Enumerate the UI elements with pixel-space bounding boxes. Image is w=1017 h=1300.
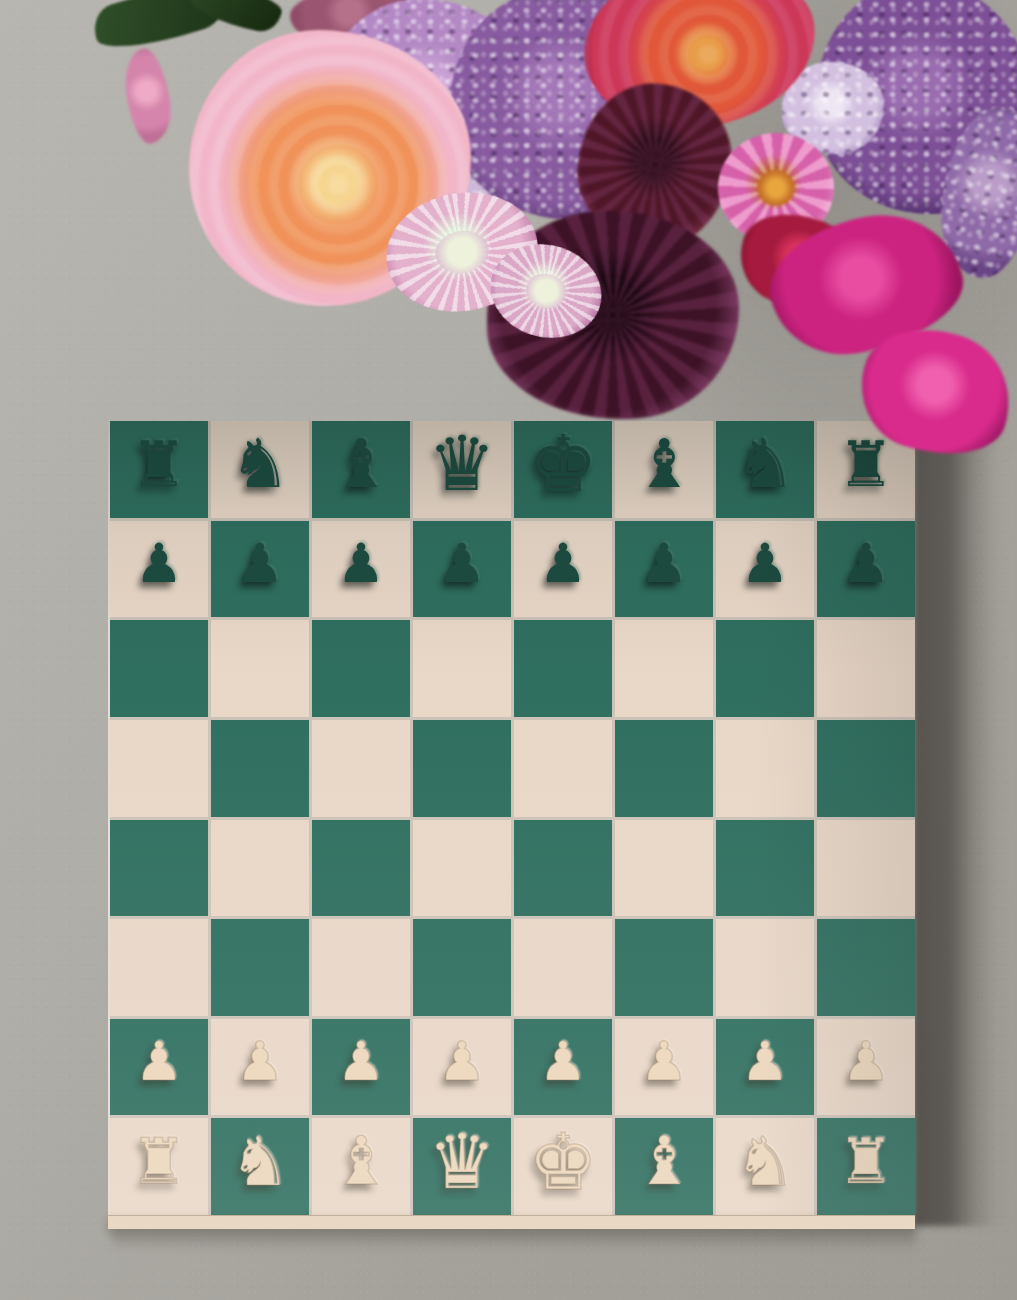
- square-h6: [817, 620, 915, 717]
- piece-cream-pawn: ♟: [640, 1035, 688, 1089]
- lilac-cluster-right: [816, 0, 1017, 214]
- piece-cream-bishop: ♝: [331, 1128, 391, 1195]
- square-c6: [312, 620, 410, 717]
- leaf-under-zinnia: [736, 197, 867, 308]
- square-e2: ♟: [514, 1019, 612, 1116]
- piece-green-queen: ♛: [428, 426, 496, 502]
- square-a5: [110, 720, 208, 817]
- square-h8: ♜: [817, 421, 915, 518]
- square-g1: ♞: [716, 1118, 814, 1215]
- piece-green-pawn: ♟: [539, 537, 587, 591]
- square-a7: ♟: [110, 521, 208, 618]
- piece-green-rook: ♜: [838, 433, 894, 496]
- lilac-cluster-center: [450, 0, 682, 220]
- square-c4: [312, 820, 410, 917]
- square-f2: ♟: [615, 1019, 713, 1116]
- square-d8: ♛: [413, 421, 511, 518]
- rose-peach: [189, 30, 471, 306]
- dahlia-dark: [487, 211, 739, 419]
- piece-cream-pawn: ♟: [842, 1035, 890, 1089]
- lilac-cluster-light: [320, 0, 532, 217]
- square-f4: [615, 820, 713, 917]
- square-b3: [211, 919, 309, 1016]
- square-a1: ♜: [110, 1118, 208, 1215]
- square-f5: [615, 720, 713, 817]
- square-f3: [615, 919, 713, 1016]
- limonium-spray-right: [930, 99, 1017, 284]
- square-d6: [413, 620, 511, 717]
- sweetpea-stem: [888, 283, 924, 377]
- phlox-white-right: [782, 62, 884, 154]
- piece-green-pawn: ♟: [135, 537, 183, 591]
- piece-green-pawn: ♟: [842, 537, 890, 591]
- square-c8: ♝: [312, 421, 410, 518]
- square-f7: ♟: [615, 521, 713, 618]
- piece-cream-pawn: ♟: [438, 1035, 486, 1089]
- square-d1: ♛: [413, 1118, 511, 1215]
- rose-red-orange: [574, 0, 826, 142]
- piece-cream-rook: ♜: [838, 1130, 894, 1193]
- square-e5: [514, 720, 612, 817]
- board-cast-shadow: [913, 424, 1009, 1226]
- square-d3: [413, 919, 511, 1016]
- square-b8: ♞: [211, 421, 309, 518]
- chess-board: ♜♞♝♛♚♝♞♜♟♟♟♟♟♟♟♟♟♟♟♟♟♟♟♟♜♞♝♛♚♝♞♜: [108, 421, 915, 1215]
- square-b1: ♞: [211, 1118, 309, 1215]
- piece-green-pawn: ♟: [741, 537, 789, 591]
- piece-cream-queen: ♛: [428, 1124, 496, 1200]
- astrantia-left: [377, 181, 547, 324]
- square-f8: ♝: [615, 421, 713, 518]
- piece-cream-king: ♚: [528, 1123, 598, 1201]
- leaf-top-left: [88, 0, 232, 62]
- board-acrylic-edge: [108, 1215, 915, 1229]
- piece-cream-bishop: ♝: [634, 1128, 694, 1195]
- square-h3: [817, 919, 915, 1016]
- board-bottom-shadow: [112, 1231, 916, 1251]
- mauve-bud-top: [288, 0, 416, 47]
- piece-cream-rook: ♜: [131, 1130, 187, 1193]
- square-b7: ♟: [211, 521, 309, 618]
- piece-green-pawn: ♟: [640, 537, 688, 591]
- piece-green-knight: ♞: [230, 430, 291, 498]
- piece-green-pawn: ♟: [337, 537, 385, 591]
- petal-far-left: [121, 46, 176, 146]
- square-e7: ♟: [514, 521, 612, 618]
- square-a6: [110, 620, 208, 717]
- piece-cream-pawn: ♟: [236, 1035, 284, 1089]
- square-g3: [716, 919, 814, 1016]
- square-c2: ♟: [312, 1019, 410, 1116]
- square-d7: ♟: [413, 521, 511, 618]
- piece-green-bishop: ♝: [331, 431, 391, 498]
- sweetpea-red: [727, 198, 873, 326]
- square-f6: [615, 620, 713, 717]
- piece-green-bishop: ♝: [634, 431, 694, 498]
- square-b6: [211, 620, 309, 717]
- square-g6: [716, 620, 814, 717]
- zinnia-pink: [718, 133, 834, 243]
- square-d2: ♟: [413, 1019, 511, 1116]
- piece-cream-pawn: ♟: [135, 1035, 183, 1089]
- piece-cream-pawn: ♟: [539, 1035, 587, 1089]
- square-h1: ♜: [817, 1118, 915, 1215]
- piece-green-pawn: ♟: [236, 537, 284, 591]
- square-d4: [413, 820, 511, 917]
- piece-green-king: ♚: [528, 425, 598, 503]
- sweetpea-bud-green: [876, 322, 920, 382]
- square-e4: [514, 820, 612, 917]
- square-b2: ♟: [211, 1019, 309, 1116]
- square-c5: [312, 720, 410, 817]
- piece-green-knight: ♞: [735, 430, 796, 498]
- piece-cream-pawn: ♟: [337, 1035, 385, 1089]
- square-a2: ♟: [110, 1019, 208, 1116]
- stem-mass-center: [507, 288, 690, 416]
- piece-cream-knight: ♞: [230, 1128, 291, 1196]
- phlox-white-left: [386, 126, 498, 218]
- square-b5: [211, 720, 309, 817]
- square-d5: [413, 720, 511, 817]
- square-c3: [312, 919, 410, 1016]
- square-e3: [514, 919, 612, 1016]
- square-e1: ♚: [514, 1118, 612, 1215]
- square-e8: ♚: [514, 421, 612, 518]
- square-g5: [716, 720, 814, 817]
- square-a3: [110, 919, 208, 1016]
- square-g2: ♟: [716, 1019, 814, 1116]
- piece-cream-pawn: ♟: [741, 1035, 789, 1089]
- square-g8: ♞: [716, 421, 814, 518]
- square-g7: ♟: [716, 521, 814, 618]
- square-h5: [817, 720, 915, 817]
- square-a8: ♜: [110, 421, 208, 518]
- square-g4: [716, 820, 814, 917]
- piece-green-rook: ♜: [131, 433, 187, 496]
- square-b4: [211, 820, 309, 917]
- square-h7: ♟: [817, 521, 915, 618]
- square-f1: ♝: [615, 1118, 713, 1215]
- piece-cream-knight: ♞: [735, 1128, 796, 1196]
- square-c1: ♝: [312, 1118, 410, 1215]
- leaf-by-rose: [187, 0, 285, 35]
- square-c7: ♟: [312, 521, 410, 618]
- sweetpea-magenta-upper: [758, 199, 973, 368]
- astrantia-right: [480, 232, 612, 350]
- square-e6: [514, 620, 612, 717]
- square-a4: [110, 820, 208, 917]
- piece-green-pawn: ♟: [438, 537, 486, 591]
- dahlia-upper: [566, 72, 744, 258]
- square-h2: ♟: [817, 1019, 915, 1116]
- square-h4: [817, 820, 915, 917]
